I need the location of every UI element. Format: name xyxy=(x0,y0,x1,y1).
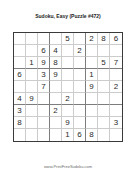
sudoku-cell[interactable] xyxy=(38,93,50,105)
sudoku-cell[interactable]: 4 xyxy=(50,45,62,57)
sudoku-cell[interactable]: 2 xyxy=(50,105,62,117)
sudoku-cell[interactable] xyxy=(86,45,98,57)
sudoku-cell[interactable] xyxy=(74,117,86,129)
sudoku-cell[interactable] xyxy=(74,69,86,81)
sudoku-cell[interactable] xyxy=(38,105,50,117)
sudoku-cell[interactable] xyxy=(74,33,86,45)
sudoku-cell[interactable] xyxy=(38,129,50,141)
sudoku-cell[interactable]: 5 xyxy=(62,33,74,45)
sudoku-cell[interactable]: 3 xyxy=(110,117,122,129)
sudoku-sheet: Sudoku, Easy (Puzzle #472) 5286642198576… xyxy=(0,0,136,176)
sudoku-cell[interactable] xyxy=(38,117,50,129)
sudoku-cell[interactable] xyxy=(50,81,62,93)
sudoku-cell[interactable] xyxy=(14,33,26,45)
sudoku-cell[interactable] xyxy=(98,69,110,81)
sudoku-cell[interactable] xyxy=(62,45,74,57)
sudoku-cell[interactable] xyxy=(86,93,98,105)
sudoku-cell[interactable]: 8 xyxy=(86,129,98,141)
sudoku-cell[interactable] xyxy=(26,117,38,129)
sudoku-cell[interactable]: 6 xyxy=(14,69,26,81)
sudoku-cell[interactable] xyxy=(14,57,26,69)
sudoku-cell[interactable]: 2 xyxy=(74,45,86,57)
sudoku-cell[interactable] xyxy=(50,33,62,45)
sudoku-cell[interactable]: 3 xyxy=(14,105,26,117)
sudoku-cell[interactable]: 9 xyxy=(62,117,74,129)
sudoku-cell[interactable] xyxy=(86,117,98,129)
sudoku-cell[interactable] xyxy=(62,81,74,93)
footer-url: www.PrintFreeSudoku.com xyxy=(0,164,136,169)
sudoku-cell[interactable] xyxy=(62,69,74,81)
sudoku-cell[interactable] xyxy=(14,45,26,57)
sudoku-cell[interactable] xyxy=(110,105,122,117)
sudoku-cell[interactable]: 7 xyxy=(38,81,50,93)
sudoku-cell[interactable] xyxy=(98,129,110,141)
sudoku-cell[interactable]: 2 xyxy=(86,33,98,45)
sudoku-cell[interactable]: 9 xyxy=(26,93,38,105)
puzzle-title: Sudoku, Easy (Puzzle #472) xyxy=(0,13,136,19)
sudoku-cell[interactable] xyxy=(26,45,38,57)
sudoku-cell[interactable] xyxy=(50,129,62,141)
sudoku-cell[interactable] xyxy=(98,45,110,57)
sudoku-cell[interactable] xyxy=(50,117,62,129)
sudoku-cell[interactable]: 3 xyxy=(38,69,50,81)
sudoku-board: 528664219857639179249232893168 xyxy=(13,32,123,142)
sudoku-cell[interactable] xyxy=(110,93,122,105)
sudoku-cell[interactable]: 8 xyxy=(50,57,62,69)
sudoku-cell[interactable] xyxy=(98,105,110,117)
sudoku-cell[interactable] xyxy=(74,57,86,69)
sudoku-cell[interactable] xyxy=(26,69,38,81)
sudoku-cell[interactable] xyxy=(74,93,86,105)
sudoku-cell[interactable]: 1 xyxy=(62,129,74,141)
sudoku-cell[interactable] xyxy=(62,57,74,69)
sudoku-cell[interactable]: 2 xyxy=(110,81,122,93)
sudoku-cell[interactable] xyxy=(98,93,110,105)
sudoku-cell[interactable] xyxy=(50,93,62,105)
sudoku-cell[interactable] xyxy=(74,81,86,93)
sudoku-cell[interactable]: 8 xyxy=(98,33,110,45)
sudoku-cell[interactable] xyxy=(98,117,110,129)
sudoku-cell[interactable]: 9 xyxy=(86,81,98,93)
sudoku-cell[interactable] xyxy=(14,81,26,93)
sudoku-cell[interactable]: 9 xyxy=(50,69,62,81)
sudoku-cell[interactable]: 1 xyxy=(26,57,38,69)
sudoku-cell[interactable] xyxy=(86,57,98,69)
sudoku-cell[interactable] xyxy=(26,129,38,141)
sudoku-cell[interactable] xyxy=(74,105,86,117)
sudoku-cell[interactable]: 6 xyxy=(110,33,122,45)
sudoku-cell[interactable] xyxy=(110,69,122,81)
sudoku-cell[interactable] xyxy=(26,33,38,45)
sudoku-cell[interactable] xyxy=(26,105,38,117)
sudoku-cell[interactable]: 5 xyxy=(98,57,110,69)
sudoku-cell[interactable] xyxy=(110,45,122,57)
sudoku-cell[interactable]: 6 xyxy=(38,45,50,57)
sudoku-cell[interactable] xyxy=(26,81,38,93)
sudoku-cell[interactable] xyxy=(110,129,122,141)
sudoku-cell[interactable]: 2 xyxy=(62,93,74,105)
sudoku-cell[interactable]: 1 xyxy=(86,69,98,81)
sudoku-cell[interactable] xyxy=(62,105,74,117)
sudoku-cell[interactable]: 6 xyxy=(74,129,86,141)
sudoku-cell[interactable]: 8 xyxy=(14,117,26,129)
sudoku-cell[interactable]: 9 xyxy=(38,57,50,69)
sudoku-cell[interactable] xyxy=(98,81,110,93)
sudoku-cell[interactable]: 7 xyxy=(110,57,122,69)
sudoku-cell[interactable]: 4 xyxy=(14,93,26,105)
sudoku-cell[interactable] xyxy=(38,33,50,45)
sudoku-cell[interactable] xyxy=(14,129,26,141)
sudoku-cell[interactable] xyxy=(86,105,98,117)
